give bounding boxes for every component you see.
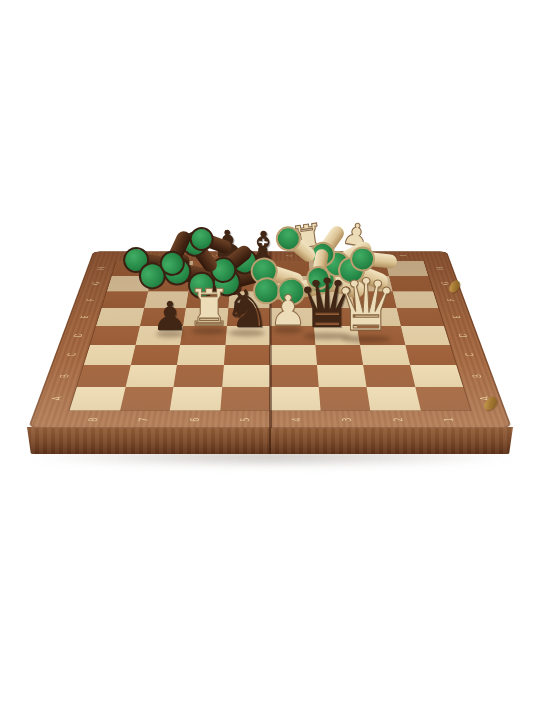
piece-white-queen-e2: ♛ [334, 269, 399, 341]
piece-black-pawn-e7: ♟ [152, 296, 188, 336]
standing-pieces: ♟♜♞♟♛♛ [0, 0, 540, 720]
product-photo-chess-set: HHGGFFEEDDCCBBAA8877665544332211 ♟♝♜♟ ♟♜… [0, 0, 540, 720]
piece-black-knight-e5: ♞ [224, 283, 271, 335]
